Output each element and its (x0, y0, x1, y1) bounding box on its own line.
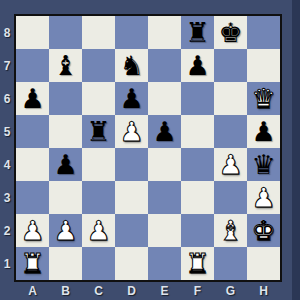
file-label-c: C (82, 282, 115, 300)
white-rook-f1[interactable]: ♜ (181, 247, 214, 280)
rank-label-4: 4 (0, 148, 14, 181)
square-g1[interactable] (214, 247, 247, 280)
square-c6[interactable] (82, 82, 115, 115)
black-knight-d7[interactable]: ♞ (115, 49, 148, 82)
square-h1[interactable] (247, 247, 280, 280)
white-king-h2[interactable]: ♚ (247, 214, 280, 247)
white-pawn-g4[interactable]: ♟ (214, 148, 247, 181)
square-b2[interactable]: ♟ (49, 214, 82, 247)
square-f6[interactable] (181, 82, 214, 115)
square-c5[interactable]: ♜ (82, 115, 115, 148)
rank-label-6: 6 (0, 82, 14, 115)
square-e3[interactable] (148, 181, 181, 214)
square-f2[interactable] (181, 214, 214, 247)
square-h2[interactable]: ♚ (247, 214, 280, 247)
square-f8[interactable]: ♜ (181, 16, 214, 49)
square-e8[interactable] (148, 16, 181, 49)
file-label-b: B (49, 282, 82, 300)
black-pawn-f7[interactable]: ♟ (181, 49, 214, 82)
square-e2[interactable] (148, 214, 181, 247)
square-e4[interactable] (148, 148, 181, 181)
square-a6[interactable]: ♟ (16, 82, 49, 115)
file-label-h: H (247, 282, 280, 300)
white-rook-a1[interactable]: ♜ (16, 247, 49, 280)
square-a1[interactable]: ♜ (16, 247, 49, 280)
black-pawn-d6[interactable]: ♟ (115, 82, 148, 115)
square-c1[interactable] (82, 247, 115, 280)
square-g2[interactable]: ♝ (214, 214, 247, 247)
square-a2[interactable]: ♟ (16, 214, 49, 247)
black-rook-f8[interactable]: ♜ (181, 16, 214, 49)
black-rook-c5[interactable]: ♜ (82, 115, 115, 148)
file-label-f: F (181, 282, 214, 300)
white-pawn-h3[interactable]: ♟ (247, 181, 280, 214)
square-f5[interactable] (181, 115, 214, 148)
black-king-g8[interactable]: ♚ (214, 16, 247, 49)
square-a8[interactable] (16, 16, 49, 49)
white-pawn-b2[interactable]: ♟ (49, 214, 82, 247)
square-g8[interactable]: ♚ (214, 16, 247, 49)
square-b1[interactable] (49, 247, 82, 280)
square-g6[interactable] (214, 82, 247, 115)
square-g4[interactable]: ♟ (214, 148, 247, 181)
rank-label-7: 7 (0, 49, 14, 82)
square-b3[interactable] (49, 181, 82, 214)
square-d8[interactable] (115, 16, 148, 49)
rank-label-1: 1 (0, 247, 14, 280)
rank-labels: 87654321 (0, 16, 14, 280)
file-label-d: D (115, 282, 148, 300)
square-a4[interactable] (16, 148, 49, 181)
square-h8[interactable] (247, 16, 280, 49)
square-f3[interactable] (181, 181, 214, 214)
square-h5[interactable]: ♟ (247, 115, 280, 148)
square-f1[interactable]: ♜ (181, 247, 214, 280)
square-c8[interactable] (82, 16, 115, 49)
square-d7[interactable]: ♞ (115, 49, 148, 82)
black-pawn-h5[interactable]: ♟ (247, 115, 280, 148)
square-b5[interactable] (49, 115, 82, 148)
square-e5[interactable]: ♟ (148, 115, 181, 148)
square-g3[interactable] (214, 181, 247, 214)
square-d1[interactable] (115, 247, 148, 280)
square-e7[interactable] (148, 49, 181, 82)
square-c3[interactable] (82, 181, 115, 214)
rank-label-2: 2 (0, 214, 14, 247)
rank-label-8: 8 (0, 16, 14, 49)
square-a5[interactable] (16, 115, 49, 148)
white-bishop-g2[interactable]: ♝ (214, 214, 247, 247)
chess-board[interactable]: ♜♚♝♞♟♟♟♛♜♟♟♟♟♟♛♟♟♟♟♝♚♜♜ (14, 14, 282, 282)
square-f4[interactable] (181, 148, 214, 181)
chess-app-window: 87654321 ♜♚♝♞♟♟♟♛♜♟♟♟♟♟♛♟♟♟♟♝♚♜♜ ABCDEFG… (0, 0, 300, 300)
square-d3[interactable] (115, 181, 148, 214)
square-d2[interactable] (115, 214, 148, 247)
square-c4[interactable] (82, 148, 115, 181)
square-e1[interactable] (148, 247, 181, 280)
rank-label-5: 5 (0, 115, 14, 148)
square-d4[interactable] (115, 148, 148, 181)
square-e6[interactable] (148, 82, 181, 115)
file-label-a: A (16, 282, 49, 300)
square-b7[interactable]: ♝ (49, 49, 82, 82)
square-h7[interactable] (247, 49, 280, 82)
square-a7[interactable] (16, 49, 49, 82)
square-d5[interactable]: ♟ (115, 115, 148, 148)
file-label-e: E (148, 282, 181, 300)
square-b4[interactable]: ♟ (49, 148, 82, 181)
white-pawn-d5[interactable]: ♟ (115, 115, 148, 148)
square-g7[interactable] (214, 49, 247, 82)
white-queen-h6[interactable]: ♛ (247, 82, 280, 115)
black-pawn-e5[interactable]: ♟ (148, 115, 181, 148)
square-f7[interactable]: ♟ (181, 49, 214, 82)
square-a3[interactable] (16, 181, 49, 214)
rank-label-3: 3 (0, 181, 14, 214)
square-b6[interactable] (49, 82, 82, 115)
square-b8[interactable] (49, 16, 82, 49)
square-h3[interactable]: ♟ (247, 181, 280, 214)
square-c7[interactable] (82, 49, 115, 82)
black-queen-h4[interactable]: ♛ (247, 148, 280, 181)
square-c2[interactable]: ♟ (82, 214, 115, 247)
black-pawn-b4[interactable]: ♟ (49, 148, 82, 181)
square-h6[interactable]: ♛ (247, 82, 280, 115)
file-labels: ABCDEFGH (16, 282, 280, 300)
black-pawn-a6[interactable]: ♟ (16, 82, 49, 115)
square-g5[interactable] (214, 115, 247, 148)
square-h4[interactable]: ♛ (247, 148, 280, 181)
white-pawn-c2[interactable]: ♟ (82, 214, 115, 247)
file-label-g: G (214, 282, 247, 300)
square-d6[interactable]: ♟ (115, 82, 148, 115)
black-bishop-b7[interactable]: ♝ (49, 49, 82, 82)
white-pawn-a2[interactable]: ♟ (16, 214, 49, 247)
